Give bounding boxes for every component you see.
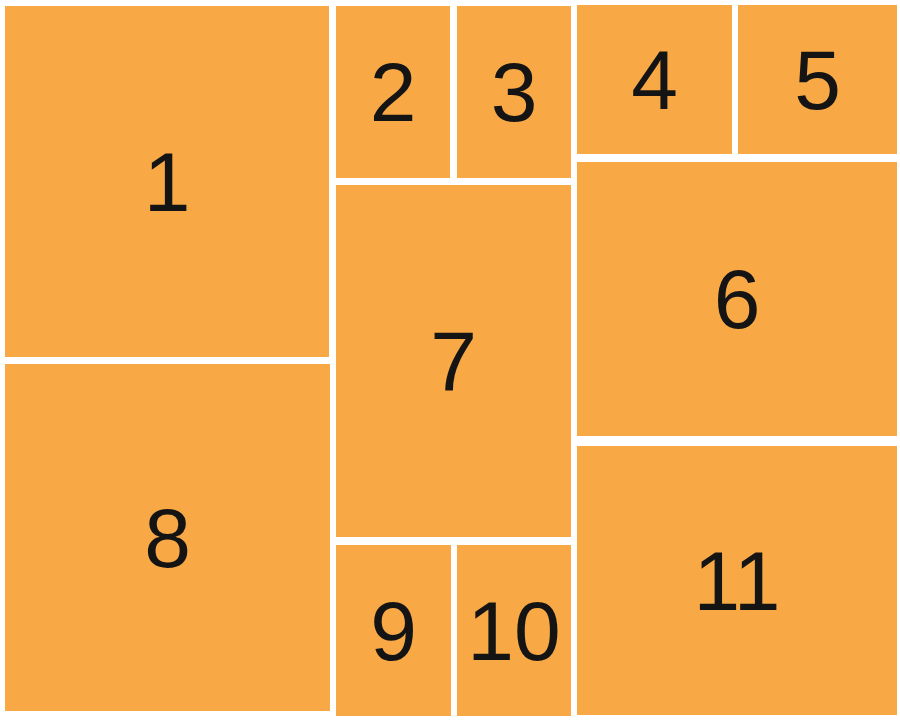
tile-10[interactable]: 10 xyxy=(457,545,571,716)
tile-number: 5 xyxy=(794,38,841,122)
tile-number: 1 xyxy=(144,140,191,224)
tile-4[interactable]: 4 xyxy=(577,5,732,154)
tile-1[interactable]: 1 xyxy=(5,6,329,357)
tile-mosaic-board: 1234567891011 xyxy=(0,0,900,720)
tile-number: 8 xyxy=(144,496,191,580)
tile-number: 9 xyxy=(370,589,417,673)
tile-number: 6 xyxy=(714,257,761,341)
tile-11[interactable]: 11 xyxy=(577,446,897,715)
tile-5[interactable]: 5 xyxy=(738,5,897,154)
tile-number: 11 xyxy=(693,539,780,623)
tile-3[interactable]: 3 xyxy=(457,6,571,178)
tile-number: 4 xyxy=(631,38,678,122)
tile-number: 7 xyxy=(430,319,477,403)
tile-number: 10 xyxy=(467,589,560,673)
tile-6[interactable]: 6 xyxy=(577,162,897,436)
tile-2[interactable]: 2 xyxy=(336,6,450,178)
tile-number: 3 xyxy=(491,50,538,134)
tile-number: 2 xyxy=(370,50,417,134)
tile-7[interactable]: 7 xyxy=(336,185,571,537)
tile-8[interactable]: 8 xyxy=(5,364,330,711)
tile-9[interactable]: 9 xyxy=(336,545,451,716)
